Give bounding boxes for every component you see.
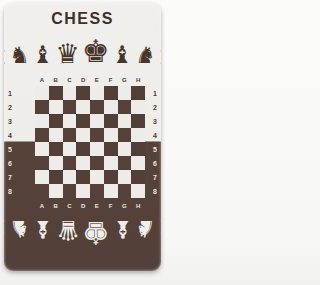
square-c1	[63, 86, 77, 100]
square-h3	[131, 114, 145, 128]
rank-labels-right: 12345678	[149, 86, 161, 198]
rank-label: 1	[149, 86, 161, 100]
square-g8	[118, 184, 132, 198]
square-g1	[118, 86, 132, 100]
square-b1	[49, 86, 63, 100]
square-e3	[90, 114, 104, 128]
knight-piece-icon: ♞	[9, 217, 30, 240]
rank-label: 4	[4, 128, 16, 142]
white-piece-row: ♟♜♞♝♛♚♝♞♜♟	[6, 217, 159, 257]
king-piece-icon: ♚	[82, 36, 110, 67]
rug-title: CHESS	[4, 10, 161, 29]
square-a6	[35, 156, 49, 170]
rook-piece-icon: ♜	[4, 48, 7, 67]
square-d3	[76, 114, 90, 128]
rank-label: 2	[149, 100, 161, 114]
square-h2	[131, 100, 145, 114]
square-f4	[104, 128, 118, 142]
rank-label: 2	[4, 100, 16, 114]
file-label: B	[49, 202, 63, 210]
square-c5	[63, 142, 77, 156]
rank-label: 5	[149, 142, 161, 156]
square-d2	[76, 100, 90, 114]
square-e7	[90, 170, 104, 184]
square-a4	[35, 128, 49, 142]
square-f5	[104, 142, 118, 156]
square-a8	[35, 184, 49, 198]
square-g5	[118, 142, 132, 156]
file-label: H	[131, 202, 145, 210]
square-d1	[76, 86, 90, 100]
square-h6	[131, 156, 145, 170]
bishop-piece-icon: ♝	[112, 43, 134, 67]
square-f7	[104, 170, 118, 184]
square-e2	[90, 100, 104, 114]
rank-label: 5	[4, 142, 16, 156]
square-f2	[104, 100, 118, 114]
file-label: E	[90, 76, 104, 84]
file-label: G	[118, 202, 132, 210]
square-d7	[76, 170, 90, 184]
square-h1	[131, 86, 145, 100]
bishop-piece-icon: ♝	[32, 217, 54, 241]
file-label: G	[118, 76, 132, 84]
file-labels-bottom: ABCDEFGH	[35, 202, 145, 210]
file-label: C	[63, 202, 77, 210]
rank-label: 8	[4, 184, 16, 198]
rook-piece-icon: ♜	[158, 217, 161, 236]
rank-label: 7	[4, 170, 16, 184]
rook-piece-icon: ♜	[158, 48, 161, 67]
square-h7	[131, 170, 145, 184]
queen-piece-icon: ♛	[56, 217, 80, 244]
square-e6	[90, 156, 104, 170]
rank-label: 4	[149, 128, 161, 142]
square-d6	[76, 156, 90, 170]
knight-piece-icon: ♞	[135, 217, 156, 240]
file-label: B	[49, 76, 63, 84]
file-label: F	[104, 202, 118, 210]
square-b2	[49, 100, 63, 114]
square-e4	[90, 128, 104, 142]
square-e5	[90, 142, 104, 156]
square-h4	[131, 128, 145, 142]
square-b3	[49, 114, 63, 128]
bishop-piece-icon: ♝	[32, 43, 54, 67]
square-c8	[63, 184, 77, 198]
rank-label: 6	[4, 156, 16, 170]
square-c6	[63, 156, 77, 170]
square-d5	[76, 142, 90, 156]
square-a3	[35, 114, 49, 128]
rank-label: 8	[149, 184, 161, 198]
square-b5	[49, 142, 63, 156]
square-c2	[63, 100, 77, 114]
square-f8	[104, 184, 118, 198]
square-a7	[35, 170, 49, 184]
square-a1	[35, 86, 49, 100]
file-labels-top: ABCDEFGH	[35, 76, 145, 84]
knight-piece-icon: ♞	[135, 44, 156, 67]
file-label: D	[76, 202, 90, 210]
file-label: F	[104, 76, 118, 84]
square-d8	[76, 184, 90, 198]
square-e8	[90, 184, 104, 198]
square-a2	[35, 100, 49, 114]
file-label: D	[76, 76, 90, 84]
rook-piece-icon: ♜	[4, 217, 7, 236]
square-g4	[118, 128, 132, 142]
dark-piece-row: ♟♜♞♝♛♚♝♞♜♟	[6, 33, 159, 67]
rank-labels-left: 12345678	[4, 86, 16, 198]
file-label: E	[90, 202, 104, 210]
rank-label: 6	[149, 156, 161, 170]
file-label: A	[35, 202, 49, 210]
chess-rug: CHESS ♟♜♞♝♛♚♝♞♜♟ ABCDEFGH 12345678 12345…	[4, 3, 161, 271]
square-a5	[35, 142, 49, 156]
square-b8	[49, 184, 63, 198]
rank-label: 3	[149, 114, 161, 128]
square-h8	[131, 184, 145, 198]
square-g6	[118, 156, 132, 170]
square-g7	[118, 170, 132, 184]
square-f3	[104, 114, 118, 128]
file-label: C	[63, 76, 77, 84]
chess-board	[35, 86, 145, 198]
file-label: A	[35, 76, 49, 84]
square-g3	[118, 114, 132, 128]
square-c7	[63, 170, 77, 184]
bishop-piece-icon: ♝	[112, 217, 134, 241]
square-b7	[49, 170, 63, 184]
knight-piece-icon: ♞	[9, 44, 30, 67]
square-c3	[63, 114, 77, 128]
square-f1	[104, 86, 118, 100]
rank-label: 3	[4, 114, 16, 128]
square-d4	[76, 128, 90, 142]
rank-label: 7	[149, 170, 161, 184]
file-label: H	[131, 76, 145, 84]
square-b4	[49, 128, 63, 142]
square-c4	[63, 128, 77, 142]
square-g2	[118, 100, 132, 114]
queen-piece-icon: ♛	[56, 40, 80, 67]
square-b6	[49, 156, 63, 170]
square-h5	[131, 142, 145, 156]
square-e1	[90, 86, 104, 100]
king-piece-icon: ♚	[82, 217, 110, 248]
square-f6	[104, 156, 118, 170]
rank-label: 1	[4, 86, 16, 100]
